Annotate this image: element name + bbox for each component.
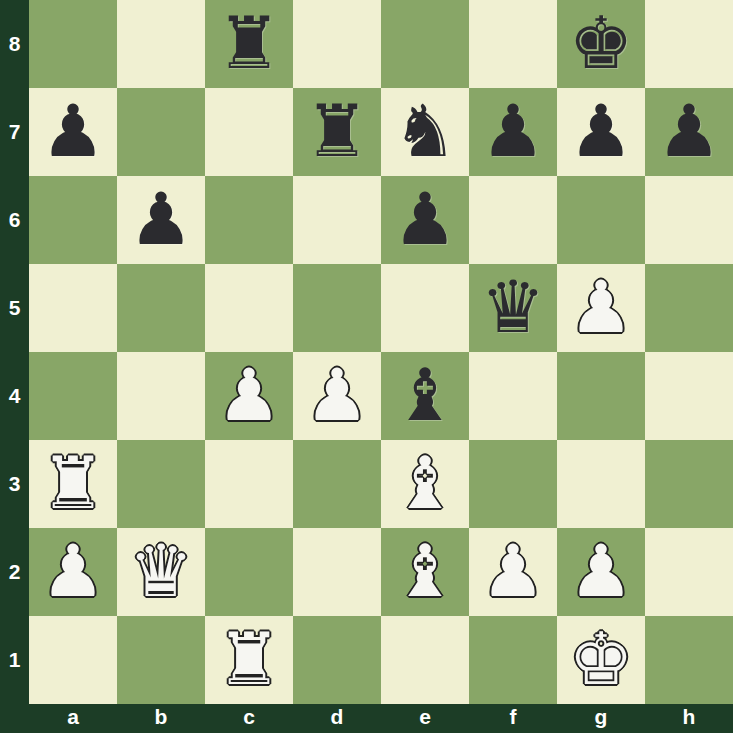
square-d2[interactable]	[293, 528, 381, 616]
square-c7[interactable]	[205, 88, 293, 176]
piece-white-bishop-e3[interactable]: ♝	[381, 440, 469, 528]
square-b1[interactable]	[117, 616, 205, 704]
square-g2[interactable]: ♟	[557, 528, 645, 616]
chess-board[interactable]: ♜♚♟♜♞♟♟♟♟♟♛♟♟♟♝♜♝♟♛♝♟♟♜♚	[29, 0, 733, 704]
square-d6[interactable]	[293, 176, 381, 264]
rank-label-3: 3	[0, 440, 29, 528]
square-b6[interactable]: ♟	[117, 176, 205, 264]
square-h3[interactable]	[645, 440, 733, 528]
piece-white-rook-c1[interactable]: ♜	[205, 616, 293, 704]
square-g7[interactable]: ♟	[557, 88, 645, 176]
square-h7[interactable]: ♟	[645, 88, 733, 176]
square-g3[interactable]	[557, 440, 645, 528]
square-d8[interactable]	[293, 0, 381, 88]
square-h5[interactable]	[645, 264, 733, 352]
square-a4[interactable]	[29, 352, 117, 440]
square-f1[interactable]	[469, 616, 557, 704]
file-label-f: f	[469, 704, 557, 733]
piece-white-rook-a3[interactable]: ♜	[29, 440, 117, 528]
piece-black-rook-d7[interactable]: ♜	[293, 88, 381, 176]
square-h4[interactable]	[645, 352, 733, 440]
square-a5[interactable]	[29, 264, 117, 352]
square-c3[interactable]	[205, 440, 293, 528]
square-f3[interactable]	[469, 440, 557, 528]
square-a1[interactable]	[29, 616, 117, 704]
file-label-d: d	[293, 704, 381, 733]
file-label-a: a	[29, 704, 117, 733]
file-label-e: e	[381, 704, 469, 733]
rank-labels: 87654321	[0, 0, 29, 704]
square-f5[interactable]: ♛	[469, 264, 557, 352]
rank-label-4: 4	[0, 352, 29, 440]
file-labels: abcdefgh	[29, 704, 733, 733]
square-g1[interactable]: ♚	[557, 616, 645, 704]
rank-label-6: 6	[0, 176, 29, 264]
square-e8[interactable]	[381, 0, 469, 88]
square-e4[interactable]: ♝	[381, 352, 469, 440]
piece-black-pawn-e6[interactable]: ♟	[381, 176, 469, 264]
square-a7[interactable]: ♟	[29, 88, 117, 176]
rank-label-5: 5	[0, 264, 29, 352]
rank-label-2: 2	[0, 528, 29, 616]
square-c8[interactable]: ♜	[205, 0, 293, 88]
piece-white-queen-b2[interactable]: ♛	[117, 528, 205, 616]
rank-label-7: 7	[0, 88, 29, 176]
square-f6[interactable]	[469, 176, 557, 264]
chess-board-frame: 87654321 ♜♚♟♜♞♟♟♟♟♟♛♟♟♟♝♜♝♟♛♝♟♟♜♚ abcdef…	[0, 0, 733, 733]
piece-black-pawn-g7[interactable]: ♟	[557, 88, 645, 176]
square-e1[interactable]	[381, 616, 469, 704]
square-g6[interactable]	[557, 176, 645, 264]
piece-white-pawn-c4[interactable]: ♟	[205, 352, 293, 440]
square-f8[interactable]	[469, 0, 557, 88]
square-h6[interactable]	[645, 176, 733, 264]
square-d1[interactable]	[293, 616, 381, 704]
square-h1[interactable]	[645, 616, 733, 704]
file-label-g: g	[557, 704, 645, 733]
piece-black-pawn-a7[interactable]: ♟	[29, 88, 117, 176]
square-b7[interactable]	[117, 88, 205, 176]
square-b2[interactable]: ♛	[117, 528, 205, 616]
square-b8[interactable]	[117, 0, 205, 88]
square-a6[interactable]	[29, 176, 117, 264]
piece-white-king-g1[interactable]: ♚	[557, 616, 645, 704]
square-f7[interactable]: ♟	[469, 88, 557, 176]
square-f4[interactable]	[469, 352, 557, 440]
square-g5[interactable]: ♟	[557, 264, 645, 352]
piece-black-bishop-e4[interactable]: ♝	[381, 352, 469, 440]
piece-black-queen-f5[interactable]: ♛	[469, 264, 557, 352]
square-g4[interactable]	[557, 352, 645, 440]
square-d5[interactable]	[293, 264, 381, 352]
square-d3[interactable]	[293, 440, 381, 528]
square-h2[interactable]	[645, 528, 733, 616]
piece-white-pawn-g2[interactable]: ♟	[557, 528, 645, 616]
square-b5[interactable]	[117, 264, 205, 352]
square-c1[interactable]: ♜	[205, 616, 293, 704]
square-e5[interactable]	[381, 264, 469, 352]
piece-black-knight-e7[interactable]: ♞	[381, 88, 469, 176]
piece-black-pawn-b6[interactable]: ♟	[117, 176, 205, 264]
square-e6[interactable]: ♟	[381, 176, 469, 264]
square-g8[interactable]: ♚	[557, 0, 645, 88]
rank-label-8: 8	[0, 0, 29, 88]
piece-black-pawn-h7[interactable]: ♟	[645, 88, 733, 176]
square-b4[interactable]	[117, 352, 205, 440]
square-e3[interactable]: ♝	[381, 440, 469, 528]
piece-white-pawn-d4[interactable]: ♟	[293, 352, 381, 440]
square-a2[interactable]: ♟	[29, 528, 117, 616]
piece-white-pawn-f2[interactable]: ♟	[469, 528, 557, 616]
piece-black-pawn-f7[interactable]: ♟	[469, 88, 557, 176]
square-c6[interactable]	[205, 176, 293, 264]
square-c5[interactable]	[205, 264, 293, 352]
piece-white-pawn-a2[interactable]: ♟	[29, 528, 117, 616]
file-label-b: b	[117, 704, 205, 733]
square-b3[interactable]	[117, 440, 205, 528]
rank-label-1: 1	[0, 616, 29, 704]
square-d7[interactable]: ♜	[293, 88, 381, 176]
square-d4[interactable]: ♟	[293, 352, 381, 440]
square-e7[interactable]: ♞	[381, 88, 469, 176]
square-a3[interactable]: ♜	[29, 440, 117, 528]
square-a8[interactable]	[29, 0, 117, 88]
square-h8[interactable]	[645, 0, 733, 88]
file-label-c: c	[205, 704, 293, 733]
piece-black-rook-c8[interactable]: ♜	[205, 0, 293, 88]
piece-white-bishop-e2[interactable]: ♝	[381, 528, 469, 616]
square-c4[interactable]: ♟	[205, 352, 293, 440]
square-f2[interactable]: ♟	[469, 528, 557, 616]
piece-black-king-g8[interactable]: ♚	[557, 0, 645, 88]
piece-white-pawn-g5[interactable]: ♟	[557, 264, 645, 352]
square-c2[interactable]	[205, 528, 293, 616]
square-e2[interactable]: ♝	[381, 528, 469, 616]
file-label-h: h	[645, 704, 733, 733]
